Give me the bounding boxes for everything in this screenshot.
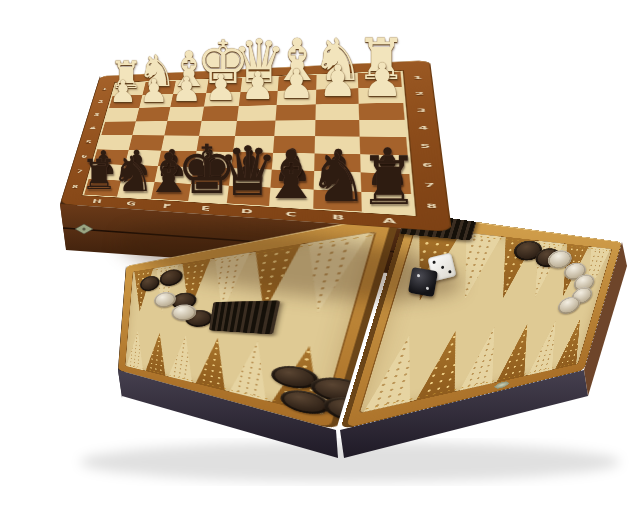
die-pip	[448, 270, 452, 274]
rank-label: 2	[407, 85, 433, 102]
rank-label: 3	[408, 102, 435, 119]
chess-piece-white-pawn[interactable]: ♟	[108, 77, 139, 108]
chess-piece-white-pawn[interactable]: ♟	[239, 67, 277, 105]
chess-square[interactable]	[274, 120, 316, 136]
die-pip	[440, 265, 444, 269]
hinge-block	[209, 300, 280, 334]
chess-square[interactable]	[132, 121, 167, 135]
chess-piece-white-pawn[interactable]: ♟	[169, 72, 203, 106]
chess-square[interactable]	[101, 121, 135, 135]
chess-square[interactable]	[315, 120, 359, 137]
chess-piece-black-rook[interactable]: ♜	[356, 148, 423, 215]
chess-piece-white-pawn[interactable]: ♟	[203, 70, 239, 106]
chess-piece-white-pawn[interactable]: ♟	[316, 60, 359, 103]
chess-piece-white-pawn[interactable]: ♟	[276, 64, 317, 105]
chess-square[interactable]	[359, 119, 407, 136]
rank-label: 4	[410, 119, 438, 137]
chess-square[interactable]	[315, 104, 358, 120]
chess-square[interactable]	[105, 108, 139, 122]
black-die[interactable]	[408, 267, 438, 297]
product-photo-scene: HGFEDCBA1122334455667788 ♜♞♝♛♚♝♞♜♟♟♟♟♟♟♟…	[0, 0, 630, 518]
die-pip	[433, 261, 437, 265]
chess-piece-white-pawn[interactable]: ♟	[138, 75, 170, 107]
chess-piece-white-pawn[interactable]: ♟	[359, 57, 405, 103]
die-pip	[416, 274, 419, 277]
die-pip	[425, 287, 428, 290]
